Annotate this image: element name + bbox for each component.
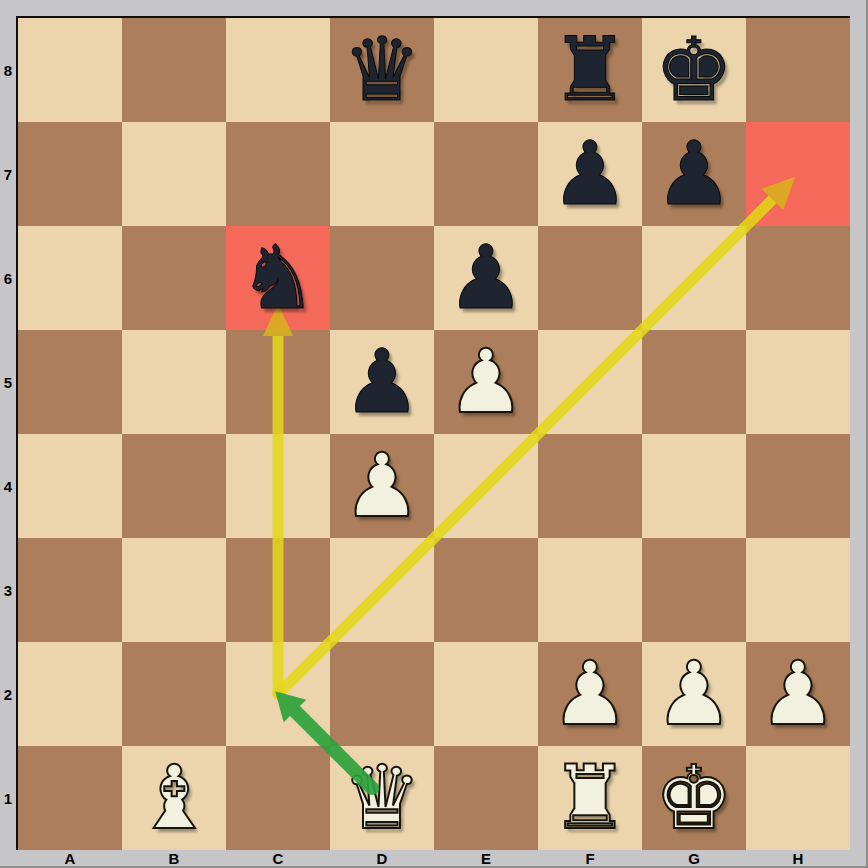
- square-b5[interactable]: [122, 330, 226, 434]
- file-label-G: G: [642, 849, 746, 868]
- file-label-C: C: [226, 849, 330, 868]
- piece-black-queen-d8[interactable]: ♛: [330, 18, 434, 122]
- file-label-B: B: [122, 849, 226, 868]
- square-d6[interactable]: [330, 226, 434, 330]
- square-c2[interactable]: [226, 642, 330, 746]
- chessboard-frame: ♛♜♚♟♟♞♟♟♟♟♟♟♟♝♛♜♚ 87654321 ABCDEFGH: [0, 0, 868, 868]
- square-a1[interactable]: [18, 746, 122, 850]
- file-label-D: D: [330, 849, 434, 868]
- piece-black-rook-f8[interactable]: ♜: [538, 18, 642, 122]
- square-e7[interactable]: [434, 122, 538, 226]
- piece-white-pawn-f2[interactable]: ♟: [538, 642, 642, 746]
- square-b6[interactable]: [122, 226, 226, 330]
- square-c8[interactable]: [226, 18, 330, 122]
- square-d7[interactable]: [330, 122, 434, 226]
- file-label-E: E: [434, 849, 538, 868]
- piece-white-pawn-e5[interactable]: ♟: [434, 330, 538, 434]
- square-h3[interactable]: [746, 538, 850, 642]
- square-f3[interactable]: [538, 538, 642, 642]
- square-e2[interactable]: [434, 642, 538, 746]
- square-a6[interactable]: [18, 226, 122, 330]
- square-e3[interactable]: [434, 538, 538, 642]
- square-b2[interactable]: [122, 642, 226, 746]
- square-a4[interactable]: [18, 434, 122, 538]
- square-d2[interactable]: [330, 642, 434, 746]
- piece-white-pawn-g2[interactable]: ♟: [642, 642, 746, 746]
- file-label-A: A: [18, 849, 122, 868]
- square-f5[interactable]: [538, 330, 642, 434]
- square-e4[interactable]: [434, 434, 538, 538]
- piece-black-pawn-e6[interactable]: ♟: [434, 226, 538, 330]
- square-b7[interactable]: [122, 122, 226, 226]
- square-a5[interactable]: [18, 330, 122, 434]
- square-f4[interactable]: [538, 434, 642, 538]
- square-b3[interactable]: [122, 538, 226, 642]
- rank-label-1: 1: [0, 746, 16, 850]
- rank-label-4: 4: [0, 434, 16, 538]
- square-h8[interactable]: [746, 18, 850, 122]
- piece-white-bishop-b1[interactable]: ♝: [122, 746, 226, 850]
- square-c4[interactable]: [226, 434, 330, 538]
- square-h4[interactable]: [746, 434, 850, 538]
- piece-white-rook-f1[interactable]: ♜: [538, 746, 642, 850]
- rank-label-8: 8: [0, 18, 16, 122]
- square-h1[interactable]: [746, 746, 850, 850]
- rank-label-3: 3: [0, 538, 16, 642]
- square-h5[interactable]: [746, 330, 850, 434]
- rank-labels: 87654321: [0, 18, 16, 850]
- piece-white-queen-d1[interactable]: ♛: [330, 746, 434, 850]
- piece-black-pawn-f7[interactable]: ♟: [538, 122, 642, 226]
- square-c5[interactable]: [226, 330, 330, 434]
- square-e1[interactable]: [434, 746, 538, 850]
- square-c3[interactable]: [226, 538, 330, 642]
- square-g5[interactable]: [642, 330, 746, 434]
- square-g6[interactable]: [642, 226, 746, 330]
- piece-black-king-g8[interactable]: ♚: [642, 18, 746, 122]
- rank-label-5: 5: [0, 330, 16, 434]
- rank-label-2: 2: [0, 642, 16, 746]
- square-a3[interactable]: [18, 538, 122, 642]
- piece-white-pawn-h2[interactable]: ♟: [746, 642, 850, 746]
- square-f6[interactable]: [538, 226, 642, 330]
- square-c1[interactable]: [226, 746, 330, 850]
- square-g3[interactable]: [642, 538, 746, 642]
- piece-white-king-g1[interactable]: ♚: [642, 746, 746, 850]
- file-labels: ABCDEFGH: [18, 849, 850, 868]
- piece-black-pawn-g7[interactable]: ♟: [642, 122, 746, 226]
- square-a2[interactable]: [18, 642, 122, 746]
- square-e8[interactable]: [434, 18, 538, 122]
- square-b8[interactable]: [122, 18, 226, 122]
- square-a7[interactable]: [18, 122, 122, 226]
- square-h6[interactable]: [746, 226, 850, 330]
- file-label-H: H: [746, 849, 850, 868]
- square-c7[interactable]: [226, 122, 330, 226]
- piece-black-pawn-d5[interactable]: ♟: [330, 330, 434, 434]
- rank-label-7: 7: [0, 122, 16, 226]
- file-label-F: F: [538, 849, 642, 868]
- square-a8[interactable]: [18, 18, 122, 122]
- rank-label-6: 6: [0, 226, 16, 330]
- square-d3[interactable]: [330, 538, 434, 642]
- piece-white-pawn-d4[interactable]: ♟: [330, 434, 434, 538]
- square-g4[interactable]: [642, 434, 746, 538]
- square-h7[interactable]: [746, 122, 850, 226]
- piece-black-knight-c6[interactable]: ♞: [226, 226, 330, 330]
- square-b4[interactable]: [122, 434, 226, 538]
